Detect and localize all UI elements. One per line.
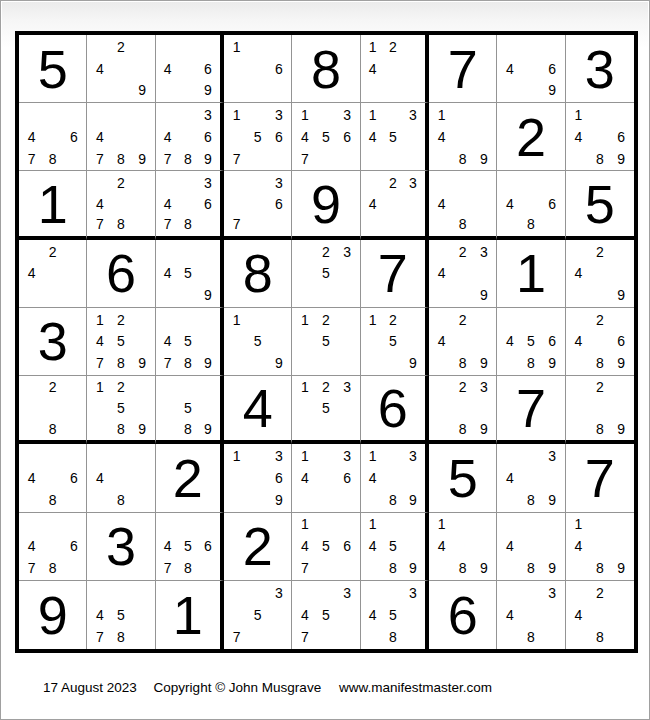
big-digit: 2 bbox=[243, 519, 273, 573]
candidate-digit: 5 bbox=[383, 535, 403, 557]
pencil-marks: 2389 bbox=[431, 377, 494, 439]
candidate-digit: 8 bbox=[589, 557, 610, 579]
candidate-digit: 3 bbox=[473, 377, 494, 398]
pencil-marks: 1259 bbox=[363, 309, 423, 374]
candidate-digit: 8 bbox=[178, 148, 198, 170]
pencil-marks: 1489 bbox=[431, 104, 494, 169]
candidate-digit: 3 bbox=[268, 582, 289, 604]
candidate-digit: 4 bbox=[499, 193, 520, 214]
cell-r2c7: 1489 bbox=[429, 103, 497, 171]
pencil-marks: 1369 bbox=[226, 445, 289, 510]
pencil-marks: 4789 bbox=[89, 104, 152, 169]
pencil-marks: 48 bbox=[89, 445, 152, 510]
candidate-digit: 8 bbox=[589, 419, 610, 440]
candidate-digit: 4 bbox=[363, 535, 383, 557]
candidate-digit: 8 bbox=[452, 148, 473, 170]
cell-r1c2: 249 bbox=[87, 35, 155, 103]
candidate-digit: 4 bbox=[89, 58, 110, 80]
candidate-digit: 1 bbox=[431, 104, 452, 126]
candidate-digit: 6 bbox=[268, 193, 289, 214]
candidate-digit: 5 bbox=[315, 126, 336, 148]
candidate-digit: 5 bbox=[110, 398, 131, 419]
candidate-digit: 2 bbox=[383, 172, 403, 193]
candidate-digit: 4 bbox=[568, 126, 589, 148]
candidate-digit: 1 bbox=[89, 309, 110, 331]
candidate-digit: 4 bbox=[363, 467, 383, 489]
cell-r2c1: 4678 bbox=[19, 103, 87, 171]
pencil-marks: 367 bbox=[226, 172, 289, 234]
cell-r2c3: 346789 bbox=[156, 103, 224, 171]
cell-r7c8: 3489 bbox=[497, 444, 565, 512]
big-digit: 3 bbox=[106, 519, 136, 573]
sudoku-board: 5249469168124746934678478934678913567134… bbox=[15, 31, 638, 653]
candidate-digit: 3 bbox=[337, 582, 358, 604]
candidate-digit: 1 bbox=[294, 514, 315, 536]
cell-r4c7: 2349 bbox=[429, 240, 497, 308]
cell-r4c2: 6 bbox=[87, 240, 155, 308]
pencil-marks: 249 bbox=[89, 36, 152, 101]
big-digit: 5 bbox=[448, 451, 478, 505]
candidate-digit: 5 bbox=[315, 262, 336, 284]
candidate-digit: 4 bbox=[568, 331, 589, 353]
cell-r5c4: 159 bbox=[224, 308, 292, 376]
candidate-digit: 5 bbox=[110, 604, 131, 626]
candidate-digit: 6 bbox=[268, 126, 289, 148]
candidate-digit: 2 bbox=[589, 582, 610, 604]
candidate-digit: 7 bbox=[158, 148, 178, 170]
cell-r7c5: 1346 bbox=[292, 444, 360, 512]
pencil-marks: 1245789 bbox=[89, 309, 152, 374]
candidate-digit: 4 bbox=[21, 262, 42, 284]
candidate-digit: 6 bbox=[198, 535, 218, 557]
candidate-digit: 3 bbox=[337, 377, 358, 398]
candidate-digit: 8 bbox=[178, 419, 198, 440]
candidate-digit: 8 bbox=[178, 214, 198, 235]
candidate-digit: 2 bbox=[452, 241, 473, 263]
cell-r2c5: 134567 bbox=[292, 103, 360, 171]
candidate-digit: 2 bbox=[110, 309, 131, 331]
candidate-digit: 8 bbox=[110, 489, 131, 511]
big-digit: 8 bbox=[243, 246, 273, 300]
candidate-digit: 2 bbox=[110, 36, 131, 58]
cell-r9c9: 248 bbox=[566, 581, 634, 649]
candidate-digit: 9 bbox=[473, 352, 494, 374]
candidate-digit: 5 bbox=[383, 126, 403, 148]
footer: 17 August 2023 Copyright © John Musgrave… bbox=[43, 679, 492, 696]
footer-date: 17 August 2023 bbox=[43, 680, 137, 695]
candidate-digit: 2 bbox=[110, 377, 131, 398]
cell-r8c4: 2 bbox=[224, 513, 292, 581]
pencil-marks: 249 bbox=[568, 241, 632, 306]
cell-r6c4: 4 bbox=[224, 376, 292, 444]
pencil-marks: 45678 bbox=[158, 514, 218, 579]
candidate-digit: 4 bbox=[431, 126, 452, 148]
pencil-marks: 125 bbox=[294, 309, 357, 374]
pencil-marks: 348 bbox=[499, 582, 562, 648]
candidate-digit: 1 bbox=[568, 514, 589, 536]
candidate-digit: 8 bbox=[42, 419, 63, 440]
candidate-digit: 4 bbox=[363, 604, 383, 626]
cell-r5c5: 125 bbox=[292, 308, 360, 376]
cell-r8c2: 3 bbox=[87, 513, 155, 581]
pencil-marks: 24 bbox=[21, 241, 84, 306]
candidate-digit: 5 bbox=[315, 331, 336, 353]
candidate-digit: 2 bbox=[383, 36, 403, 58]
candidate-digit: 6 bbox=[542, 58, 563, 80]
candidate-digit: 7 bbox=[158, 557, 178, 579]
cell-r2c4: 13567 bbox=[224, 103, 292, 171]
candidate-digit: 4 bbox=[294, 126, 315, 148]
candidate-digit: 9 bbox=[473, 419, 494, 440]
pencil-marks: 4678 bbox=[21, 104, 84, 169]
candidate-digit: 3 bbox=[542, 445, 563, 467]
candidate-digit: 4 bbox=[158, 193, 178, 214]
candidate-digit: 7 bbox=[21, 557, 42, 579]
cell-r8c9: 1489 bbox=[566, 513, 634, 581]
pencil-marks: 235 bbox=[294, 241, 357, 306]
candidate-digit: 1 bbox=[363, 514, 383, 536]
footer-copyright: Copyright © John Musgrave bbox=[154, 680, 322, 695]
candidate-digit: 4 bbox=[158, 331, 178, 353]
candidate-digit: 6 bbox=[611, 331, 632, 353]
cell-r9c8: 348 bbox=[497, 581, 565, 649]
candidate-digit: 2 bbox=[42, 241, 63, 263]
big-digit: 7 bbox=[378, 246, 408, 300]
cell-r6c5: 1235 bbox=[292, 376, 360, 444]
candidate-digit: 4 bbox=[431, 535, 452, 557]
big-digit: 4 bbox=[243, 381, 273, 435]
cell-r3c2: 2478 bbox=[87, 171, 155, 239]
candidate-digit: 7 bbox=[89, 626, 110, 648]
candidate-digit: 1 bbox=[363, 445, 383, 467]
cell-r1c6: 124 bbox=[361, 35, 429, 103]
candidate-digit: 8 bbox=[589, 626, 610, 648]
candidate-digit: 4 bbox=[158, 262, 178, 284]
candidate-digit: 8 bbox=[520, 557, 541, 579]
pencil-marks: 45689 bbox=[499, 309, 562, 374]
pencil-marks: 459 bbox=[158, 241, 218, 306]
candidate-digit: 8 bbox=[110, 626, 131, 648]
candidate-digit: 3 bbox=[473, 241, 494, 263]
candidate-digit: 2 bbox=[315, 241, 336, 263]
candidate-digit: 9 bbox=[198, 79, 218, 101]
candidate-digit: 6 bbox=[542, 331, 563, 353]
big-digit: 3 bbox=[38, 314, 68, 368]
candidate-digit: 2 bbox=[383, 309, 403, 331]
pencil-marks: 489 bbox=[499, 514, 562, 579]
candidate-digit: 4 bbox=[89, 331, 110, 353]
candidate-digit: 6 bbox=[337, 467, 358, 489]
candidate-digit: 9 bbox=[132, 419, 153, 440]
candidate-digit: 9 bbox=[198, 284, 218, 306]
candidate-digit: 7 bbox=[294, 626, 315, 648]
candidate-digit: 6 bbox=[542, 193, 563, 214]
big-digit: 7 bbox=[448, 42, 478, 96]
cell-r8c5: 14567 bbox=[292, 513, 360, 581]
candidate-digit: 4 bbox=[21, 126, 42, 148]
candidate-digit: 5 bbox=[383, 331, 403, 353]
cell-r7c9: 7 bbox=[566, 444, 634, 512]
candidate-digit: 3 bbox=[268, 104, 289, 126]
candidate-digit: 6 bbox=[63, 467, 84, 489]
candidate-digit: 8 bbox=[520, 489, 541, 511]
candidate-digit: 9 bbox=[403, 352, 423, 374]
candidate-digit: 1 bbox=[89, 377, 110, 398]
pencil-marks: 469 bbox=[158, 36, 218, 101]
cell-r3c1: 1 bbox=[19, 171, 87, 239]
cell-r7c2: 48 bbox=[87, 444, 155, 512]
candidate-digit: 6 bbox=[198, 58, 218, 80]
candidate-digit: 8 bbox=[383, 557, 403, 579]
candidate-digit: 1 bbox=[226, 36, 247, 58]
candidate-digit: 6 bbox=[268, 58, 289, 80]
candidate-digit: 4 bbox=[158, 126, 178, 148]
candidate-digit: 5 bbox=[247, 126, 268, 148]
candidate-digit: 9 bbox=[198, 148, 218, 170]
candidate-digit: 5 bbox=[178, 535, 198, 557]
cell-r8c8: 489 bbox=[497, 513, 565, 581]
candidate-digit: 4 bbox=[499, 535, 520, 557]
big-digit: 1 bbox=[516, 246, 546, 300]
candidate-digit: 9 bbox=[268, 352, 289, 374]
candidate-digit: 7 bbox=[158, 352, 178, 374]
big-digit: 7 bbox=[516, 381, 546, 435]
candidate-digit: 5 bbox=[110, 331, 131, 353]
candidate-digit: 4 bbox=[363, 193, 383, 214]
big-digit: 3 bbox=[585, 42, 615, 96]
candidate-digit: 4 bbox=[499, 604, 520, 626]
cell-r8c7: 1489 bbox=[429, 513, 497, 581]
candidate-digit: 4 bbox=[499, 467, 520, 489]
cell-r7c1: 468 bbox=[19, 444, 87, 512]
candidate-digit: 4 bbox=[158, 535, 178, 557]
candidate-digit: 6 bbox=[611, 126, 632, 148]
candidate-digit: 5 bbox=[520, 331, 541, 353]
cell-r1c4: 16 bbox=[224, 35, 292, 103]
candidate-digit: 4 bbox=[431, 331, 452, 353]
candidate-digit: 2 bbox=[110, 172, 131, 193]
candidate-digit: 8 bbox=[520, 214, 541, 235]
candidate-digit: 4 bbox=[363, 126, 383, 148]
pencil-marks: 124 bbox=[363, 36, 423, 101]
cell-r2c9: 14689 bbox=[566, 103, 634, 171]
pencil-marks: 12589 bbox=[89, 377, 152, 439]
big-digit: 5 bbox=[585, 177, 615, 231]
cell-r3c9: 5 bbox=[566, 171, 634, 239]
candidate-digit: 9 bbox=[611, 419, 632, 440]
candidate-digit: 8 bbox=[520, 352, 541, 374]
cell-r6c8: 7 bbox=[497, 376, 565, 444]
cell-r4c8: 1 bbox=[497, 240, 565, 308]
candidate-digit: 3 bbox=[337, 445, 358, 467]
candidate-digit: 4 bbox=[294, 467, 315, 489]
pencil-marks: 234 bbox=[363, 172, 423, 234]
candidate-digit: 4 bbox=[431, 262, 452, 284]
candidate-digit: 2 bbox=[315, 377, 336, 398]
candidate-digit: 8 bbox=[520, 626, 541, 648]
cell-r3c6: 234 bbox=[361, 171, 429, 239]
candidate-digit: 5 bbox=[247, 604, 268, 626]
pencil-marks: 248 bbox=[568, 582, 632, 648]
candidate-digit: 7 bbox=[226, 148, 247, 170]
pencil-marks: 28 bbox=[21, 377, 84, 439]
cell-r1c9: 3 bbox=[566, 35, 634, 103]
cell-r9c7: 6 bbox=[429, 581, 497, 649]
cell-r5c6: 1259 bbox=[361, 308, 429, 376]
candidate-digit: 2 bbox=[452, 309, 473, 331]
pencil-marks: 3458 bbox=[363, 582, 423, 648]
pencil-marks: 13489 bbox=[363, 445, 423, 510]
candidate-digit: 4 bbox=[499, 331, 520, 353]
candidate-digit: 5 bbox=[383, 604, 403, 626]
candidate-digit: 5 bbox=[315, 604, 336, 626]
candidate-digit: 6 bbox=[268, 467, 289, 489]
pencil-marks: 3489 bbox=[499, 445, 562, 510]
candidate-digit: 1 bbox=[363, 309, 383, 331]
pencil-marks: 1489 bbox=[431, 514, 494, 579]
candidate-digit: 1 bbox=[294, 377, 315, 398]
cell-r4c9: 249 bbox=[566, 240, 634, 308]
candidate-digit: 4 bbox=[89, 467, 110, 489]
candidate-digit: 9 bbox=[132, 352, 153, 374]
candidate-digit: 8 bbox=[589, 352, 610, 374]
cell-r7c6: 13489 bbox=[361, 444, 429, 512]
candidate-digit: 3 bbox=[542, 582, 563, 604]
cell-r1c3: 469 bbox=[156, 35, 224, 103]
candidate-digit: 4 bbox=[568, 262, 589, 284]
candidate-digit: 5 bbox=[247, 331, 268, 353]
candidate-digit: 9 bbox=[611, 352, 632, 374]
candidate-digit: 9 bbox=[473, 557, 494, 579]
big-digit: 1 bbox=[38, 177, 68, 231]
candidate-digit: 9 bbox=[132, 79, 153, 101]
candidate-digit: 3 bbox=[337, 104, 358, 126]
candidate-digit: 9 bbox=[403, 557, 423, 579]
pencil-marks: 469 bbox=[499, 36, 562, 101]
pencil-marks: 45789 bbox=[158, 309, 218, 374]
candidate-digit: 9 bbox=[542, 79, 563, 101]
cell-r6c9: 289 bbox=[566, 376, 634, 444]
candidate-digit: 3 bbox=[403, 172, 423, 193]
candidate-digit: 9 bbox=[542, 489, 563, 511]
candidate-digit: 4 bbox=[89, 126, 110, 148]
big-digit: 7 bbox=[585, 451, 615, 505]
candidate-digit: 1 bbox=[568, 104, 589, 126]
big-digit: 6 bbox=[106, 246, 136, 300]
candidate-digit: 1 bbox=[226, 309, 247, 331]
pencil-marks: 4578 bbox=[89, 582, 152, 648]
pencil-marks: 346789 bbox=[158, 104, 218, 169]
pencil-marks: 1489 bbox=[568, 514, 632, 579]
big-digit: 9 bbox=[311, 177, 341, 231]
cell-r3c5: 9 bbox=[292, 171, 360, 239]
pencil-marks: 2349 bbox=[431, 241, 494, 306]
candidate-digit: 8 bbox=[178, 557, 198, 579]
candidate-digit: 9 bbox=[611, 557, 632, 579]
candidate-digit: 8 bbox=[383, 489, 403, 511]
candidate-digit: 9 bbox=[403, 489, 423, 511]
candidate-digit: 7 bbox=[294, 557, 315, 579]
pencil-marks: 4678 bbox=[21, 514, 84, 579]
candidate-digit: 6 bbox=[63, 126, 84, 148]
candidate-digit: 9 bbox=[611, 284, 632, 306]
big-digit: 6 bbox=[378, 381, 408, 435]
cell-r4c4: 8 bbox=[224, 240, 292, 308]
footer-website: www.manifestmaster.com bbox=[339, 680, 492, 695]
big-digit: 2 bbox=[516, 110, 546, 164]
candidate-digit: 3 bbox=[198, 172, 218, 193]
candidate-digit: 3 bbox=[403, 104, 423, 126]
candidate-digit: 8 bbox=[42, 489, 63, 511]
candidate-digit: 7 bbox=[158, 214, 178, 235]
cell-r8c3: 45678 bbox=[156, 513, 224, 581]
candidate-digit: 7 bbox=[89, 352, 110, 374]
candidate-digit: 9 bbox=[198, 419, 218, 440]
pencil-marks: 2478 bbox=[89, 172, 152, 234]
pencil-marks: 1346 bbox=[294, 445, 357, 510]
cell-r5c1: 3 bbox=[19, 308, 87, 376]
cell-r4c5: 235 bbox=[292, 240, 360, 308]
candidate-digit: 9 bbox=[542, 557, 563, 579]
cell-r6c2: 12589 bbox=[87, 376, 155, 444]
candidate-digit: 9 bbox=[198, 352, 218, 374]
candidate-digit: 9 bbox=[473, 284, 494, 306]
candidate-digit: 5 bbox=[178, 262, 198, 284]
candidate-digit: 9 bbox=[473, 148, 494, 170]
candidate-digit: 4 bbox=[21, 535, 42, 557]
candidate-digit: 8 bbox=[178, 352, 198, 374]
candidate-digit: 3 bbox=[403, 582, 423, 604]
pencil-marks: 14689 bbox=[568, 104, 632, 169]
candidate-digit: 4 bbox=[21, 467, 42, 489]
candidate-digit: 6 bbox=[198, 126, 218, 148]
cell-r3c7: 48 bbox=[429, 171, 497, 239]
candidate-digit: 7 bbox=[294, 148, 315, 170]
candidate-digit: 6 bbox=[63, 535, 84, 557]
candidate-digit: 2 bbox=[42, 377, 63, 398]
pencil-marks: 289 bbox=[568, 377, 632, 439]
cell-r5c8: 45689 bbox=[497, 308, 565, 376]
cell-r3c3: 34678 bbox=[156, 171, 224, 239]
candidate-digit: 3 bbox=[337, 241, 358, 263]
candidate-digit: 8 bbox=[110, 148, 131, 170]
cell-r1c5: 8 bbox=[292, 35, 360, 103]
candidate-digit: 3 bbox=[403, 445, 423, 467]
candidate-digit: 2 bbox=[315, 309, 336, 331]
candidate-digit: 1 bbox=[363, 36, 383, 58]
candidate-digit: 4 bbox=[499, 58, 520, 80]
cell-r2c6: 1345 bbox=[361, 103, 429, 171]
candidate-digit: 8 bbox=[110, 352, 131, 374]
cell-r6c7: 2389 bbox=[429, 376, 497, 444]
pencil-marks: 2489 bbox=[431, 309, 494, 374]
candidate-digit: 8 bbox=[452, 352, 473, 374]
pencil-marks: 589 bbox=[158, 377, 218, 439]
candidate-digit: 9 bbox=[542, 352, 563, 374]
candidate-digit: 5 bbox=[315, 535, 336, 557]
candidate-digit: 4 bbox=[89, 604, 110, 626]
cell-r7c3: 2 bbox=[156, 444, 224, 512]
candidate-digit: 8 bbox=[42, 148, 63, 170]
candidate-digit: 7 bbox=[226, 626, 247, 648]
pencil-marks: 134567 bbox=[294, 104, 357, 169]
pencil-marks: 159 bbox=[226, 309, 289, 374]
candidate-digit: 6 bbox=[198, 193, 218, 214]
cell-r5c2: 1245789 bbox=[87, 308, 155, 376]
cell-r8c1: 4678 bbox=[19, 513, 87, 581]
cell-r8c6: 14589 bbox=[361, 513, 429, 581]
cell-r6c1: 28 bbox=[19, 376, 87, 444]
